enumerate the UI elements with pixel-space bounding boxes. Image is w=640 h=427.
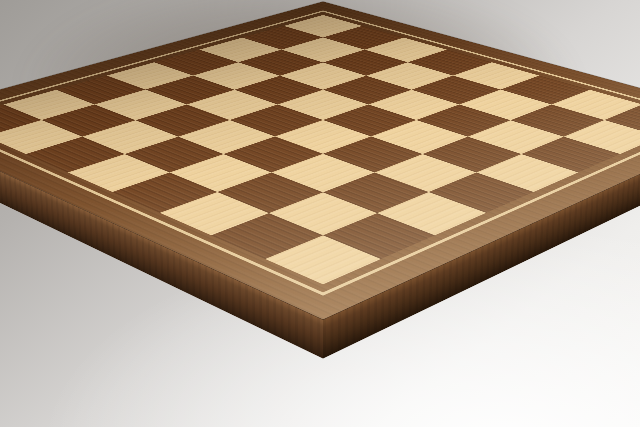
square-h6: [521, 136, 620, 172]
square-d3: [178, 120, 274, 154]
square-h7: [564, 120, 640, 154]
studio-background: [0, 0, 640, 427]
square-e1: [112, 172, 217, 212]
square-f4: [323, 136, 422, 172]
square-f3: [272, 154, 374, 192]
square-h2: [323, 213, 435, 259]
square-f1: [160, 192, 269, 235]
square-f5: [371, 120, 467, 154]
square-d2: [125, 136, 224, 172]
square-h3: [377, 192, 486, 235]
square-c1: [26, 136, 125, 172]
square-g2: [269, 192, 378, 235]
square-d1: [68, 154, 170, 192]
square-c2: [82, 120, 178, 154]
square-h5: [476, 154, 578, 192]
square-g1: [211, 213, 323, 259]
square-h4: [428, 172, 533, 212]
square-g4: [374, 154, 476, 192]
square-g5: [422, 136, 521, 172]
square-e2: [170, 154, 272, 192]
square-g6: [468, 120, 564, 154]
square-b1: [0, 120, 82, 154]
square-f2: [218, 172, 323, 212]
square-g3: [323, 172, 428, 212]
square-e4: [275, 120, 371, 154]
square-h1: [265, 235, 381, 284]
square-e3: [224, 136, 323, 172]
